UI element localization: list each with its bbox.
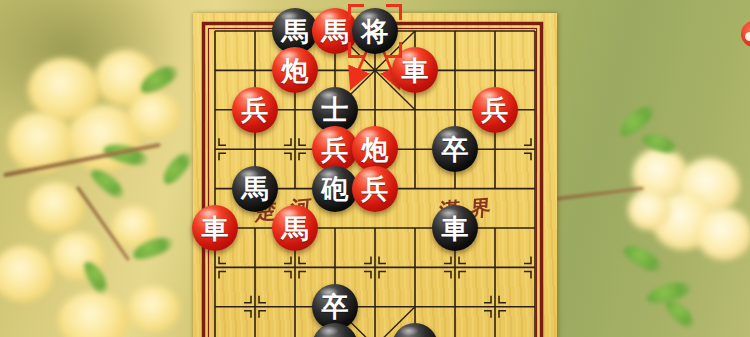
piece-black-soldier[interactable]: 卒 [432, 126, 478, 172]
logo-badge [741, 21, 750, 47]
flower-blob [28, 182, 84, 232]
leaf-blob [641, 130, 680, 156]
leaf-blob [81, 258, 112, 297]
flower-blob [112, 206, 158, 248]
flower-blob [678, 158, 740, 214]
leaf-blob [615, 100, 658, 140]
leaf-blob [662, 295, 698, 331]
leaf-blob [131, 233, 176, 262]
piece-red-horse[interactable]: 馬 [272, 205, 318, 251]
leaf-blob [88, 165, 128, 202]
flower-blob [628, 190, 670, 230]
branch [3, 143, 161, 177]
flower-blob [95, 50, 157, 106]
flower-blob [128, 286, 180, 332]
piece-red-chariot[interactable]: 車 [192, 205, 238, 251]
flower-blob [632, 148, 688, 200]
piece-black-general[interactable]: 将 [352, 8, 398, 54]
flower-blob [58, 292, 130, 337]
piece-red-soldier[interactable]: 兵 [472, 87, 518, 133]
shade-blob [0, 0, 180, 140]
piece-red-soldier[interactable]: 兵 [352, 166, 398, 212]
leaf-blob [621, 241, 666, 277]
xiangqi-board[interactable]: 楚河 漢界 馬馬将炮車兵士兵兵炮卒馬砲兵車馬車卒 [193, 13, 557, 337]
leaf-blob [136, 61, 181, 98]
piece-black-horse[interactable]: 馬 [232, 166, 278, 212]
flower-blob [128, 92, 180, 138]
piece-black-chariot[interactable]: 車 [432, 205, 478, 251]
leaf-blob [159, 148, 196, 187]
branch [76, 186, 130, 261]
flower-blob [52, 232, 104, 280]
branch [556, 187, 644, 201]
flower-blob [696, 208, 750, 260]
flower-blob [652, 192, 714, 250]
flower-blob [28, 58, 100, 120]
flower-blob [0, 246, 54, 302]
leaf-blob [645, 278, 694, 306]
screenshot-root: 楚河 漢界 馬馬将炮車兵士兵兵炮卒馬砲兵車馬車卒 [0, 0, 750, 337]
piece-red-soldier[interactable]: 兵 [232, 87, 278, 133]
